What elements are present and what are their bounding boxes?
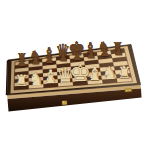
- piece-black-pawn: ♟: [114, 46, 124, 57]
- piece-black-pawn: ♟: [100, 47, 110, 58]
- piece-black-pawn: ♟: [44, 54, 54, 65]
- piece-black-pawn: ♟: [31, 55, 41, 66]
- piece-white-bishop: ♝: [87, 65, 104, 84]
- pieces-layer: ♜♞♝♛♚♝♞♜♟♟♟♟♟♟♟♟♟♟♟♟♟♟♟♟♜♞♝♛♚♝♞♜: [0, 0, 150, 150]
- piece-black-pawn: ♟: [17, 57, 27, 68]
- piece-white-knight: ♞: [102, 65, 118, 82]
- piece-white-rook: ♜: [118, 66, 132, 82]
- chess-set-photo: ♜♞♝♛♚♝♞♜♟♟♟♟♟♟♟♟♟♟♟♟♟♟♟♟♜♞♝♛♚♝♞♜: [0, 0, 150, 150]
- piece-white-rook: ♜: [14, 73, 28, 89]
